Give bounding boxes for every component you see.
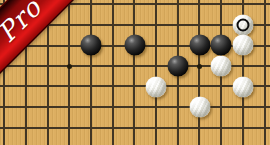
star-point <box>67 64 72 69</box>
board-intersection[interactable] <box>254 0 270 15</box>
board-intersection[interactable] <box>37 138 59 145</box>
board-intersection[interactable] <box>189 0 211 15</box>
black-stone[interactable] <box>81 35 102 56</box>
board-intersection[interactable] <box>0 118 15 139</box>
board-intersection[interactable] <box>80 35 102 56</box>
board-intersection[interactable] <box>15 76 37 97</box>
board-intersection[interactable] <box>167 76 189 97</box>
board-intersection[interactable] <box>210 0 232 15</box>
board-intersection[interactable] <box>102 118 124 139</box>
board-intersection[interactable] <box>102 76 124 97</box>
board-intersection[interactable] <box>210 15 232 36</box>
go-app-screenshot: Pro <box>0 0 270 145</box>
board-intersection[interactable] <box>37 56 59 77</box>
board-intersection[interactable] <box>102 97 124 118</box>
board-intersection[interactable] <box>145 97 167 118</box>
board-intersection[interactable] <box>15 56 37 77</box>
board-intersection[interactable] <box>254 97 270 118</box>
star-point <box>197 64 202 69</box>
board-intersection[interactable] <box>102 15 124 36</box>
board-intersection[interactable] <box>254 118 270 139</box>
board-intersection[interactable] <box>145 118 167 139</box>
board-intersection[interactable] <box>124 15 146 36</box>
board-intersection[interactable] <box>124 0 146 15</box>
board-intersection[interactable] <box>37 97 59 118</box>
board-intersection[interactable] <box>124 76 146 97</box>
board-intersection[interactable] <box>59 76 81 97</box>
board-intersection[interactable] <box>254 138 270 145</box>
board-intersection[interactable] <box>189 138 211 145</box>
board-intersection[interactable] <box>254 76 270 97</box>
board-intersection[interactable] <box>189 97 211 118</box>
board-intersection[interactable] <box>189 15 211 36</box>
white-stone[interactable] <box>233 14 254 35</box>
board-intersection[interactable] <box>80 97 102 118</box>
board-intersection[interactable] <box>37 118 59 139</box>
board-intersection[interactable] <box>232 76 254 97</box>
board-intersection[interactable] <box>167 35 189 56</box>
board-intersection[interactable] <box>15 138 37 145</box>
board-intersection[interactable] <box>254 15 270 36</box>
board-intersection[interactable] <box>167 138 189 145</box>
board-intersection[interactable] <box>80 15 102 36</box>
board-intersection[interactable] <box>102 56 124 77</box>
board-intersection[interactable] <box>210 76 232 97</box>
white-stone[interactable] <box>211 56 232 77</box>
board-intersection[interactable] <box>232 97 254 118</box>
board-intersection[interactable] <box>124 138 146 145</box>
board-intersection[interactable] <box>254 35 270 56</box>
white-stone[interactable] <box>189 97 210 118</box>
board-intersection[interactable] <box>124 97 146 118</box>
board-intersection[interactable] <box>59 97 81 118</box>
board-intersection[interactable] <box>232 118 254 139</box>
board-intersection[interactable] <box>167 0 189 15</box>
board-intersection[interactable] <box>232 138 254 145</box>
black-stone[interactable] <box>211 35 232 56</box>
board-intersection[interactable] <box>0 97 15 118</box>
board-intersection[interactable] <box>37 35 59 56</box>
board-intersection[interactable] <box>102 138 124 145</box>
board-intersection[interactable] <box>80 76 102 97</box>
board-intersection[interactable] <box>124 118 146 139</box>
board-intersection[interactable] <box>15 97 37 118</box>
board-intersection[interactable] <box>189 118 211 139</box>
board-intersection[interactable] <box>145 56 167 77</box>
board-intersection[interactable] <box>59 35 81 56</box>
board-intersection[interactable] <box>145 35 167 56</box>
board-intersection[interactable] <box>210 56 232 77</box>
board-intersection[interactable] <box>189 76 211 97</box>
board-intersection[interactable] <box>145 138 167 145</box>
board-intersection[interactable] <box>80 138 102 145</box>
board-intersection[interactable] <box>210 118 232 139</box>
board-intersection[interactable] <box>37 76 59 97</box>
board-intersection[interactable] <box>232 35 254 56</box>
black-stone[interactable] <box>189 35 210 56</box>
board-intersection[interactable] <box>167 15 189 36</box>
black-stone[interactable] <box>124 35 145 56</box>
board-intersection[interactable] <box>232 56 254 77</box>
board-intersection[interactable] <box>232 15 254 36</box>
board-intersection[interactable] <box>145 76 167 97</box>
board-intersection[interactable] <box>254 56 270 77</box>
white-stone[interactable] <box>233 76 254 97</box>
board-intersection[interactable] <box>80 56 102 77</box>
circle-marker-icon <box>237 18 250 31</box>
board-intersection[interactable] <box>15 118 37 139</box>
board-intersection[interactable] <box>0 138 15 145</box>
white-stone[interactable] <box>233 35 254 56</box>
board-intersection[interactable] <box>232 0 254 15</box>
board-intersection[interactable] <box>189 56 211 77</box>
board-intersection[interactable] <box>124 35 146 56</box>
board-intersection[interactable] <box>59 15 81 36</box>
board-intersection[interactable] <box>0 76 15 97</box>
black-stone[interactable] <box>167 56 188 77</box>
board-intersection[interactable] <box>59 56 81 77</box>
board-intersection[interactable] <box>167 56 189 77</box>
board-intersection[interactable] <box>145 0 167 15</box>
board-intersection[interactable] <box>167 118 189 139</box>
board-intersection[interactable] <box>167 97 189 118</box>
white-stone[interactable] <box>146 76 167 97</box>
board-intersection[interactable] <box>145 15 167 36</box>
board-intersection[interactable] <box>102 0 124 15</box>
board-intersection[interactable] <box>80 118 102 139</box>
board-intersection[interactable] <box>210 138 232 145</box>
board-intersection[interactable] <box>189 35 211 56</box>
board-intersection[interactable] <box>210 35 232 56</box>
board-intersection[interactable] <box>210 97 232 118</box>
board-intersection[interactable] <box>102 35 124 56</box>
board-intersection[interactable] <box>59 118 81 139</box>
board-intersection[interactable] <box>124 56 146 77</box>
board-intersection[interactable] <box>59 138 81 145</box>
board-intersection[interactable] <box>80 0 102 15</box>
